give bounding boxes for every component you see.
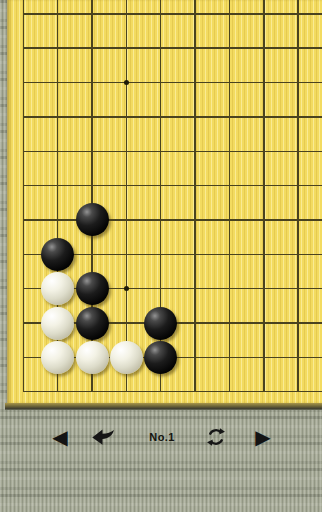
undo-move-button[interactable] xyxy=(90,427,117,448)
reset-problem-button[interactable] xyxy=(205,426,228,449)
board-edge xyxy=(5,403,322,410)
white-stone xyxy=(110,341,143,374)
grid-line-horizontal xyxy=(23,13,322,15)
black-stone xyxy=(76,307,109,340)
grid-line-horizontal xyxy=(23,116,322,118)
grid-line-horizontal xyxy=(23,185,322,187)
white-stone xyxy=(41,272,74,305)
white-stone xyxy=(41,307,74,340)
black-stone xyxy=(144,307,177,340)
grid-line-horizontal xyxy=(23,82,322,84)
problem-number-label: No.1 xyxy=(147,430,176,445)
grid-line-vertical xyxy=(194,0,196,392)
grid-line-horizontal xyxy=(23,47,322,49)
black-stone xyxy=(144,341,177,374)
grid-line-horizontal xyxy=(23,391,322,393)
black-stone xyxy=(76,203,109,236)
grid-line-vertical xyxy=(23,0,25,392)
refresh-icon xyxy=(207,428,226,447)
white-stone xyxy=(76,341,109,374)
back-arrow-icon xyxy=(92,429,115,446)
go-board[interactable] xyxy=(7,0,322,403)
black-stone xyxy=(41,238,74,271)
white-stone xyxy=(41,341,74,374)
grid-line-vertical xyxy=(229,0,231,392)
grid-line-vertical xyxy=(297,0,299,392)
black-stone xyxy=(76,272,109,305)
star-point xyxy=(124,80,129,85)
grid-line-vertical xyxy=(126,0,128,392)
app-screen: ◀ No.1 ▶ xyxy=(0,0,322,512)
grid-line-vertical xyxy=(263,0,265,392)
grid-line-horizontal xyxy=(23,219,322,221)
prev-problem-button[interactable]: ◀ xyxy=(50,425,69,449)
next-problem-button[interactable]: ▶ xyxy=(253,425,272,449)
grid-line-horizontal xyxy=(23,151,322,153)
star-point xyxy=(124,286,129,291)
